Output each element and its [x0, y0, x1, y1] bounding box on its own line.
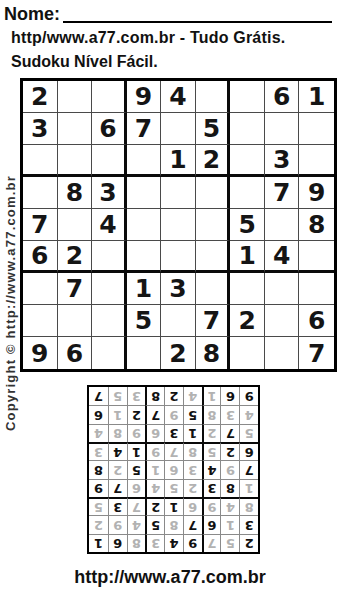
- answer-cell-r4c2: 8: [220, 479, 239, 497]
- puzzle-cell-r5c2: [58, 209, 93, 241]
- puzzle-cell-r7c2: 7: [58, 273, 93, 305]
- answer-cell-r1c3: 7: [202, 534, 221, 552]
- answer-cell-r8c6: 7: [145, 405, 164, 423]
- answer-cell-r7c8: 8: [108, 424, 127, 442]
- answer-cell-r6c6: 9: [145, 442, 164, 460]
- answer-cell-r5c4: 3: [183, 460, 202, 478]
- answer-cell-r3c9: 5: [89, 497, 108, 515]
- answer-cell-r7c2: 7: [220, 424, 239, 442]
- puzzle-cell-r5c8: [265, 209, 300, 241]
- puzzle-cell-r4c5: [161, 177, 196, 209]
- puzzle-cell-r1c1: 2: [23, 81, 58, 113]
- answer-cell-r8c7: 2: [127, 405, 146, 423]
- puzzle-cell-r5c1: 7: [23, 209, 58, 241]
- footer-url: http://www.a77.com.br: [0, 567, 340, 588]
- puzzle-cell-r9c9: 7: [299, 337, 334, 369]
- answer-cell-r2c6: 5: [145, 515, 164, 533]
- puzzle-cell-r9c3: [92, 337, 127, 369]
- puzzle-cell-r8c7: 2: [230, 305, 265, 337]
- puzzle-cell-r2c2: [58, 113, 93, 145]
- puzzle-cell-r7c1: [23, 273, 58, 305]
- puzzle-cell-r7c7: [230, 273, 265, 305]
- answer-cell-r5c9: 8: [89, 460, 108, 478]
- puzzle-cell-r6c4: [127, 241, 162, 273]
- puzzle-cell-r9c8: [265, 337, 300, 369]
- sudoku-worksheet-page: Nome: http/www.a77.com.br - Tudo Grátis.…: [0, 0, 340, 596]
- answer-cell-r9c2: 6: [220, 387, 239, 405]
- puzzle-cell-r3c9: [299, 145, 334, 177]
- answer-cell-r5c5: 6: [164, 460, 183, 478]
- puzzle-cell-r1c7: [230, 81, 265, 113]
- answer-cell-r2c8: 9: [108, 515, 127, 533]
- puzzle-cell-r9c5: 2: [161, 337, 196, 369]
- name-label: Nome:: [4, 4, 60, 24]
- answer-cell-r7c5: 3: [164, 424, 183, 442]
- puzzle-cell-r1c4: 9: [127, 81, 162, 113]
- puzzle-cell-r6c2: 2: [58, 241, 93, 273]
- answer-cell-r3c3: 9: [202, 497, 221, 515]
- puzzle-cell-r1c9: 1: [299, 81, 334, 113]
- answer-cell-r8c9: 6: [89, 405, 108, 423]
- answer-cell-r2c2: 1: [220, 515, 239, 533]
- puzzle-cell-r6c5: [161, 241, 196, 273]
- answer-cell-r4c9: 9: [89, 479, 108, 497]
- answer-cell-r4c5: 5: [164, 479, 183, 497]
- puzzle-cell-r6c3: [92, 241, 127, 273]
- answer-cell-r4c3: 3: [202, 479, 221, 497]
- puzzle-cell-r4c1: [23, 177, 58, 209]
- answer-cell-r1c9: 1: [89, 534, 108, 552]
- puzzle-cell-r8c9: 6: [299, 305, 334, 337]
- difficulty-title: Sudoku Nível Fácil.: [11, 53, 158, 71]
- answer-cell-r4c4: 2: [183, 479, 202, 497]
- puzzle-cell-r8c3: [92, 305, 127, 337]
- answer-cell-r6c7: 1: [127, 442, 146, 460]
- puzzle-cell-r5c3: 4: [92, 209, 127, 241]
- answer-cell-r8c2: 3: [220, 405, 239, 423]
- puzzle-cell-r3c6: 2: [196, 145, 231, 177]
- puzzle-cell-r3c7: [230, 145, 265, 177]
- answer-cell-r3c1: 8: [239, 497, 258, 515]
- answer-cell-r3c6: 2: [145, 497, 164, 515]
- answer-cell-r5c6: 1: [145, 460, 164, 478]
- puzzle-cell-r9c6: 8: [196, 337, 231, 369]
- answer-cell-r2c9: 2: [89, 515, 108, 533]
- puzzle-cell-r7c3: [92, 273, 127, 305]
- answer-cell-r6c2: 2: [220, 442, 239, 460]
- answer-cell-r9c8: 5: [108, 387, 127, 405]
- puzzle-cell-r4c6: [196, 177, 231, 209]
- puzzle-cell-r1c8: 6: [265, 81, 300, 113]
- puzzle-cell-r4c9: 9: [299, 177, 334, 209]
- answer-cell-r1c5: 4: [164, 534, 183, 552]
- answer-cell-r5c1: 7: [239, 460, 258, 478]
- answer-cell-r4c1: 1: [239, 479, 258, 497]
- answer-cell-r3c2: 4: [220, 497, 239, 515]
- answer-cell-r6c1: 6: [239, 442, 258, 460]
- puzzle-cell-r8c6: 7: [196, 305, 231, 337]
- answer-cell-r4c7: 6: [127, 479, 146, 497]
- answer-cell-r7c3: 2: [202, 424, 221, 442]
- answer-cell-r6c4: 8: [183, 442, 202, 460]
- answer-cell-r2c7: 4: [127, 515, 146, 533]
- answer-cell-r7c9: 4: [89, 424, 108, 442]
- answer-cell-r2c5: 8: [164, 515, 183, 533]
- puzzle-cell-r8c2: [58, 305, 93, 337]
- answer-cell-r8c4: 5: [183, 405, 202, 423]
- puzzle-cell-r9c1: 9: [23, 337, 58, 369]
- puzzle-cell-r3c4: [127, 145, 162, 177]
- puzzle-cell-r7c8: [265, 273, 300, 305]
- puzzle-cell-r8c4: 5: [127, 305, 162, 337]
- puzzle-cell-r8c5: [161, 305, 196, 337]
- answer-cell-r7c7: 9: [127, 424, 146, 442]
- puzzle-cell-r2c8: [265, 113, 300, 145]
- puzzle-cell-r6c9: [299, 241, 334, 273]
- puzzle-cell-r5c7: 5: [230, 209, 265, 241]
- puzzle-cell-r3c1: [23, 145, 58, 177]
- puzzle-cell-r2c4: 7: [127, 113, 162, 145]
- puzzle-cell-r7c6: [196, 273, 231, 305]
- answer-cell-r8c5: 9: [164, 405, 183, 423]
- puzzle-cell-r7c9: [299, 273, 334, 305]
- puzzle-cell-r2c1: 3: [23, 113, 58, 145]
- puzzle-cell-r4c3: 3: [92, 177, 127, 209]
- puzzle-cell-r9c2: 6: [58, 337, 93, 369]
- answer-cell-r3c5: 1: [164, 497, 183, 515]
- puzzle-cell-r3c3: [92, 145, 127, 177]
- answer-key-grid: 2579438613167854928496127351832546797943…: [87, 385, 260, 554]
- answer-cell-r1c6: 3: [145, 534, 164, 552]
- puzzle-cell-r3c8: 3: [265, 145, 300, 177]
- puzzle-cell-r4c8: 7: [265, 177, 300, 209]
- answer-cell-r1c8: 6: [108, 534, 127, 552]
- puzzle-cell-r6c8: 4: [265, 241, 300, 273]
- puzzle-cell-r9c7: [230, 337, 265, 369]
- answer-cell-r6c9: 3: [89, 442, 108, 460]
- answer-cell-r6c3: 5: [202, 442, 221, 460]
- name-row: Nome:: [4, 4, 332, 24]
- answer-cell-r9c5: 2: [164, 387, 183, 405]
- answer-cell-r2c4: 7: [183, 515, 202, 533]
- answer-cell-r9c7: 3: [127, 387, 146, 405]
- site-title: http/www.a77.com.br - Tudo Grátis.: [11, 29, 285, 47]
- answer-cell-r7c1: 5: [239, 424, 258, 442]
- puzzle-cell-r2c6: 5: [196, 113, 231, 145]
- puzzle-cell-r2c9: [299, 113, 334, 145]
- answer-cell-r2c3: 6: [202, 515, 221, 533]
- puzzle-cell-r7c5: 3: [161, 273, 196, 305]
- puzzle-cell-r4c4: [127, 177, 162, 209]
- puzzle-cell-r4c7: [230, 177, 265, 209]
- puzzle-cell-r5c9: 8: [299, 209, 334, 241]
- puzzle-cell-r7c4: 1: [127, 273, 162, 305]
- answer-cell-r1c7: 8: [127, 534, 146, 552]
- answer-cell-r9c6: 8: [145, 387, 164, 405]
- answer-cell-r9c1: 9: [239, 387, 258, 405]
- puzzle-cell-r8c1: [23, 305, 58, 337]
- answer-cell-r1c4: 9: [183, 534, 202, 552]
- puzzle-cell-r8c8: [265, 305, 300, 337]
- puzzle-cell-r4c2: 8: [58, 177, 93, 209]
- puzzle-cell-r6c6: [196, 241, 231, 273]
- answer-cell-r3c7: 7: [127, 497, 146, 515]
- puzzle-cell-r3c5: 1: [161, 145, 196, 177]
- answer-cell-r6c5: 7: [164, 442, 183, 460]
- puzzle-grid: 294613675123837974586214713572696287: [20, 78, 337, 372]
- puzzle-cell-r5c6: [196, 209, 231, 241]
- puzzle-cell-r1c6: [196, 81, 231, 113]
- puzzle-cell-r5c4: [127, 209, 162, 241]
- answer-cell-r9c9: 7: [89, 387, 108, 405]
- puzzle-cell-r9c4: [127, 337, 162, 369]
- vertical-copyright-text: Copyright © http://www.a77.com.br: [3, 175, 18, 431]
- answer-cell-r8c1: 4: [239, 405, 258, 423]
- answer-cell-r7c4: 1: [183, 424, 202, 442]
- answer-cell-r4c6: 4: [145, 479, 164, 497]
- puzzle-cell-r1c3: [92, 81, 127, 113]
- puzzle-cell-r2c5: [161, 113, 196, 145]
- answer-cell-r8c3: 8: [202, 405, 221, 423]
- answer-cell-r5c8: 2: [108, 460, 127, 478]
- answer-cell-r9c4: 4: [183, 387, 202, 405]
- puzzle-cell-r6c1: 6: [23, 241, 58, 273]
- answer-cell-r5c2: 9: [220, 460, 239, 478]
- answer-cell-r4c8: 7: [108, 479, 127, 497]
- answer-cell-r7c6: 6: [145, 424, 164, 442]
- answer-cell-r2c1: 3: [239, 515, 258, 533]
- answer-cell-r3c4: 6: [183, 497, 202, 515]
- answer-cell-r9c3: 1: [202, 387, 221, 405]
- answer-cell-r8c8: 1: [108, 405, 127, 423]
- puzzle-cell-r1c2: [58, 81, 93, 113]
- puzzle-cell-r6c7: 1: [230, 241, 265, 273]
- puzzle-cell-r3c2: [58, 145, 93, 177]
- answer-cell-r1c2: 5: [220, 534, 239, 552]
- answer-cell-r5c7: 5: [127, 460, 146, 478]
- puzzle-cell-r5c5: [161, 209, 196, 241]
- puzzle-cell-r1c5: 4: [161, 81, 196, 113]
- answer-cell-r1c1: 2: [239, 534, 258, 552]
- puzzle-cell-r2c3: 6: [92, 113, 127, 145]
- answer-cell-r3c8: 3: [108, 497, 127, 515]
- answer-cell-r5c3: 4: [202, 460, 221, 478]
- name-underline: [63, 5, 332, 23]
- answer-cell-r6c8: 4: [108, 442, 127, 460]
- puzzle-cell-r2c7: [230, 113, 265, 145]
